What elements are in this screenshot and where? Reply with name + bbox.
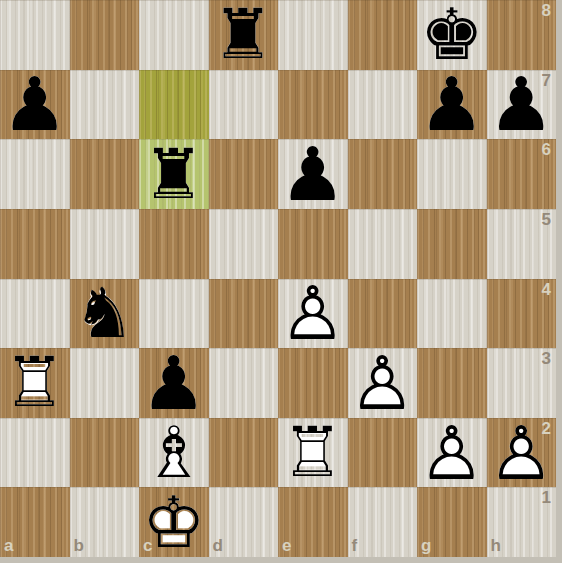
piece-glyph-over: ♟ [278, 139, 348, 209]
square-a2[interactable] [0, 418, 70, 488]
square-g4[interactable] [417, 279, 487, 349]
square-c6[interactable]: ♖♜ [139, 139, 209, 209]
rank-label-5: 5 [542, 210, 551, 230]
white-king-icon[interactable]: ♚♔ [139, 487, 209, 557]
white-bishop-icon[interactable]: ♝♗ [139, 418, 209, 488]
square-h7[interactable]: ♙♟7 [487, 70, 557, 140]
square-d2[interactable] [209, 418, 279, 488]
white-pawn-icon[interactable]: ♟♙ [487, 418, 557, 488]
piece-glyph-under: ♖ [209, 0, 279, 70]
piece-glyph-under: ♝ [139, 418, 209, 488]
file-label-d: d [213, 536, 223, 556]
file-label-e: e [282, 536, 291, 556]
square-c1[interactable]: ♚♔c [139, 487, 209, 557]
piece-glyph-under: ♚ [139, 487, 209, 557]
square-c2[interactable]: ♝♗ [139, 418, 209, 488]
square-b4[interactable]: ♘♞ [70, 279, 140, 349]
square-d5[interactable] [209, 209, 279, 279]
white-pawn-icon[interactable]: ♟♙ [348, 348, 418, 418]
white-rook-icon[interactable]: ♜♖ [278, 418, 348, 488]
piece-glyph-over: ♔ [139, 487, 209, 557]
piece-glyph-under: ♔ [417, 0, 487, 70]
piece-glyph-over: ♟ [487, 70, 557, 140]
square-a7[interactable]: ♙♟ [0, 70, 70, 140]
square-a4[interactable] [0, 279, 70, 349]
square-h4[interactable]: 4 [487, 279, 557, 349]
square-c3[interactable]: ♙♟ [139, 348, 209, 418]
file-label-f: f [352, 536, 358, 556]
piece-glyph-under: ♙ [0, 70, 70, 140]
white-pawn-icon[interactable]: ♟♙ [417, 418, 487, 488]
square-b2[interactable] [70, 418, 140, 488]
square-a5[interactable] [0, 209, 70, 279]
square-d3[interactable] [209, 348, 279, 418]
square-f2[interactable] [348, 418, 418, 488]
square-e8[interactable] [278, 0, 348, 70]
file-label-b: b [74, 536, 84, 556]
square-h8[interactable]: 8 [487, 0, 557, 70]
piece-glyph-over: ♟ [139, 348, 209, 418]
square-d8[interactable]: ♖♜ [209, 0, 279, 70]
square-d7[interactable] [209, 70, 279, 140]
black-pawn-icon[interactable]: ♙♟ [417, 70, 487, 140]
chess-board: ♖♜♔♚8♙♟♙♟♙♟7♖♜♙♟65♘♞♟♙4♜♖♙♟♟♙3♝♗♜♖♟♙♟♙2a… [0, 0, 556, 557]
rank-label-6: 6 [542, 140, 551, 160]
square-c4[interactable] [139, 279, 209, 349]
square-h5[interactable]: 5 [487, 209, 557, 279]
square-a6[interactable] [0, 139, 70, 209]
piece-glyph-over: ♜ [139, 139, 209, 209]
square-f1[interactable]: f [348, 487, 418, 557]
rank-label-1: 1 [542, 488, 551, 508]
rank-label-3: 3 [542, 349, 551, 369]
piece-glyph-under: ♟ [487, 418, 557, 488]
square-b1[interactable]: b [70, 487, 140, 557]
piece-glyph-over: ♙ [348, 348, 418, 418]
square-a1[interactable]: a [0, 487, 70, 557]
square-f5[interactable] [348, 209, 418, 279]
square-g5[interactable] [417, 209, 487, 279]
square-g3[interactable] [417, 348, 487, 418]
square-f7[interactable] [348, 70, 418, 140]
square-f6[interactable] [348, 139, 418, 209]
square-b6[interactable] [70, 139, 140, 209]
square-b8[interactable] [70, 0, 140, 70]
white-rook-icon[interactable]: ♜♖ [0, 348, 70, 418]
square-h3[interactable]: 3 [487, 348, 557, 418]
black-pawn-icon[interactable]: ♙♟ [278, 139, 348, 209]
black-king-icon[interactable]: ♔♚ [417, 0, 487, 70]
black-pawn-icon[interactable]: ♙♟ [139, 348, 209, 418]
square-e1[interactable]: e [278, 487, 348, 557]
piece-glyph-under: ♙ [278, 139, 348, 209]
square-d1[interactable]: d [209, 487, 279, 557]
piece-glyph-under: ♟ [278, 279, 348, 349]
piece-glyph-under: ♟ [417, 418, 487, 488]
square-a8[interactable] [0, 0, 70, 70]
square-h6[interactable]: 6 [487, 139, 557, 209]
piece-glyph-under: ♙ [487, 70, 557, 140]
square-e4[interactable]: ♟♙ [278, 279, 348, 349]
file-label-h: h [491, 536, 501, 556]
black-knight-icon[interactable]: ♘♞ [70, 279, 140, 349]
piece-glyph-under: ♜ [0, 348, 70, 418]
square-g2[interactable]: ♟♙ [417, 418, 487, 488]
square-g6[interactable] [417, 139, 487, 209]
rank-label-8: 8 [542, 1, 551, 21]
file-label-g: g [421, 536, 431, 556]
square-b3[interactable] [70, 348, 140, 418]
file-label-a: a [4, 536, 13, 556]
piece-glyph-under: ♟ [348, 348, 418, 418]
piece-glyph-under: ♖ [139, 139, 209, 209]
square-b5[interactable] [70, 209, 140, 279]
piece-glyph-under: ♙ [417, 70, 487, 140]
piece-glyph-over: ♜ [209, 0, 279, 70]
piece-glyph-over: ♚ [417, 0, 487, 70]
square-c5[interactable] [139, 209, 209, 279]
square-e2[interactable]: ♜♖ [278, 418, 348, 488]
piece-glyph-over: ♗ [139, 418, 209, 488]
piece-glyph-over: ♞ [70, 279, 140, 349]
square-f8[interactable] [348, 0, 418, 70]
square-g7[interactable]: ♙♟ [417, 70, 487, 140]
square-f3[interactable]: ♟♙ [348, 348, 418, 418]
page: ♖♜♔♚8♙♟♙♟♙♟7♖♜♙♟65♘♞♟♙4♜♖♙♟♟♙3♝♗♜♖♟♙♟♙2a… [0, 0, 562, 563]
piece-glyph-over: ♟ [417, 70, 487, 140]
square-d6[interactable] [209, 139, 279, 209]
piece-glyph-under: ♘ [70, 279, 140, 349]
piece-glyph-under: ♜ [278, 418, 348, 488]
black-pawn-icon[interactable]: ♙♟ [487, 70, 557, 140]
piece-glyph-under: ♙ [139, 348, 209, 418]
piece-glyph-over: ♟ [0, 70, 70, 140]
square-h1[interactable]: 1h [487, 487, 557, 557]
piece-glyph-over: ♙ [417, 418, 487, 488]
piece-glyph-over: ♙ [487, 418, 557, 488]
square-a3[interactable]: ♜♖ [0, 348, 70, 418]
square-e3[interactable] [278, 348, 348, 418]
piece-glyph-over: ♙ [278, 279, 348, 349]
square-g1[interactable]: g [417, 487, 487, 557]
square-h2[interactable]: ♟♙2 [487, 418, 557, 488]
square-d4[interactable] [209, 279, 279, 349]
black-rook-icon[interactable]: ♖♜ [209, 0, 279, 70]
square-c7[interactable] [139, 70, 209, 140]
black-pawn-icon[interactable]: ♙♟ [0, 70, 70, 140]
square-g8[interactable]: ♔♚ [417, 0, 487, 70]
white-pawn-icon[interactable]: ♟♙ [278, 279, 348, 349]
piece-glyph-over: ♖ [0, 348, 70, 418]
square-e6[interactable]: ♙♟ [278, 139, 348, 209]
square-e5[interactable] [278, 209, 348, 279]
rank-label-4: 4 [542, 280, 551, 300]
piece-glyph-over: ♖ [278, 418, 348, 488]
black-rook-icon[interactable]: ♖♜ [139, 139, 209, 209]
square-e7[interactable] [278, 70, 348, 140]
square-c8[interactable] [139, 0, 209, 70]
square-f4[interactable] [348, 279, 418, 349]
square-b7[interactable] [70, 70, 140, 140]
